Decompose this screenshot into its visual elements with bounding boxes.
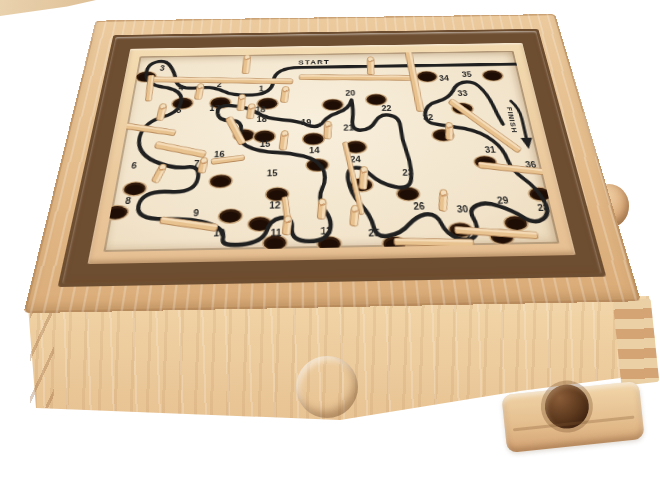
svg-text:15: 15: [267, 167, 279, 178]
svg-text:15: 15: [260, 139, 271, 149]
svg-text:32: 32: [423, 112, 435, 122]
svg-text:26: 26: [413, 201, 426, 213]
finger-joints-left: [30, 312, 54, 408]
svg-text:30: 30: [456, 204, 469, 216]
labyrinth-photo-scene: START 1234567891011121314151516171818192…: [0, 0, 660, 478]
svg-text:6: 6: [130, 160, 138, 171]
svg-text:35: 35: [461, 70, 473, 79]
svg-text:31: 31: [484, 145, 497, 155]
svg-text:3: 3: [159, 64, 166, 73]
marble-tray: [501, 381, 644, 453]
svg-text:29: 29: [496, 195, 510, 207]
svg-text:4: 4: [178, 83, 185, 92]
svg-text:14: 14: [309, 145, 320, 155]
svg-text:12: 12: [269, 200, 281, 212]
maze-svg: START 1234567891011121314151516171818192…: [103, 51, 559, 252]
svg-text:18: 18: [256, 114, 267, 124]
start-label: START: [298, 58, 330, 66]
svg-text:9: 9: [193, 207, 200, 219]
svg-text:34: 34: [438, 73, 449, 82]
svg-text:22: 22: [381, 104, 392, 114]
finger-joints-right: [613, 298, 660, 386]
svg-text:21: 21: [343, 122, 354, 132]
svg-text:23: 23: [402, 167, 414, 178]
svg-text:28: 28: [537, 202, 551, 214]
spare-marble[interactable]: [543, 382, 591, 430]
svg-text:11: 11: [271, 226, 283, 238]
svg-text:17: 17: [209, 103, 220, 113]
svg-text:18: 18: [255, 105, 266, 115]
svg-text:19: 19: [301, 117, 312, 127]
svg-text:8: 8: [124, 195, 132, 206]
background-wood-sliver: [0, 0, 96, 16]
svg-text:13: 13: [320, 224, 332, 236]
finish-arrowhead: [520, 138, 534, 149]
svg-text:1: 1: [259, 84, 265, 93]
svg-text:20: 20: [345, 88, 356, 97]
maze-playfield: START 1234567891011121314151516171818192…: [103, 51, 559, 252]
labyrinth-board: START 1234567891011121314151516171818192…: [24, 14, 641, 313]
svg-text:33: 33: [457, 89, 469, 98]
svg-text:5: 5: [176, 106, 183, 116]
svg-text:25: 25: [368, 226, 381, 238]
tilt-knob-front[interactable]: [296, 356, 358, 418]
